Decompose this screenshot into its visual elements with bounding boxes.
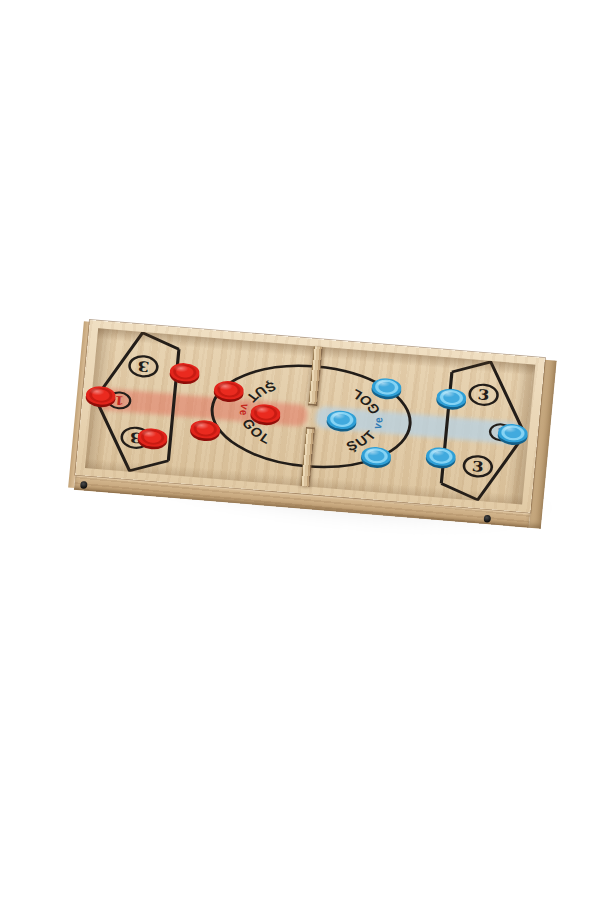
red-puck-5[interactable] (189, 419, 221, 442)
red-puck-2[interactable] (85, 385, 117, 408)
right-zone-number-bottom: 3 (471, 457, 484, 475)
product-photo-background: 3 1 3 3 1 3 ŞUTveGOL (0, 0, 600, 900)
blue-puck-6[interactable] (425, 446, 457, 469)
blue-puck-4[interactable] (497, 423, 529, 446)
blue-puck-1[interactable] (371, 377, 403, 400)
blue-puck-2[interactable] (435, 388, 467, 411)
elastic-peg-left[interactable] (80, 481, 88, 489)
left-zone-number-top: 3 (137, 357, 150, 375)
right-zone-number-top: 3 (477, 386, 490, 404)
red-puck-6[interactable] (137, 427, 169, 450)
blue-puck-3[interactable] (326, 409, 358, 432)
red-puck-3[interactable] (213, 380, 245, 403)
red-puck-4[interactable] (250, 403, 282, 426)
red-puck-1[interactable] (169, 362, 201, 385)
game-board: 3 1 3 3 1 3 ŞUTveGOL (74, 320, 545, 528)
elastic-peg-right[interactable] (484, 515, 492, 523)
playing-field: 3 1 3 3 1 3 ŞUTveGOL (85, 328, 535, 504)
blue-puck-5[interactable] (360, 446, 392, 469)
